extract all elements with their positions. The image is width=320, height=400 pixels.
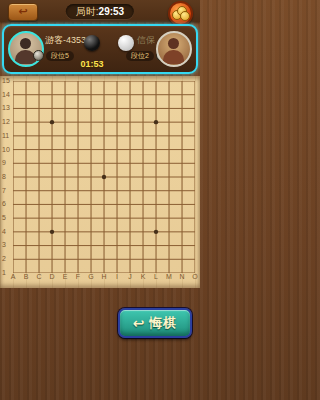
board-cell[interactable] xyxy=(163,225,176,239)
board-cell[interactable] xyxy=(111,170,124,184)
board-cell[interactable] xyxy=(59,143,72,157)
board-cell[interactable] xyxy=(72,211,85,225)
board-cell[interactable] xyxy=(46,197,59,211)
col-label: O xyxy=(189,273,200,280)
back-icon: ↩ xyxy=(18,5,27,17)
board-cell[interactable] xyxy=(59,170,72,184)
board-cell[interactable] xyxy=(137,252,150,266)
left-player-rank-label: 段位5 xyxy=(46,51,74,61)
board-cell[interactable] xyxy=(189,239,201,253)
board-cell[interactable] xyxy=(20,211,33,225)
board-cell[interactable] xyxy=(59,129,72,143)
board-cell[interactable] xyxy=(20,74,33,88)
board-cell[interactable] xyxy=(72,129,85,143)
board-cell[interactable] xyxy=(98,129,111,143)
board-cell[interactable] xyxy=(85,115,98,129)
board-cell[interactable] xyxy=(137,225,150,239)
board-cell[interactable] xyxy=(46,102,59,116)
board-cell[interactable] xyxy=(7,197,20,211)
board-cell[interactable] xyxy=(33,239,46,253)
board-cell[interactable] xyxy=(98,225,111,239)
board-cell[interactable] xyxy=(20,239,33,253)
left-player-avatar xyxy=(8,31,44,67)
board-cell[interactable] xyxy=(176,170,189,184)
board-cell[interactable] xyxy=(189,184,201,198)
board-cell[interactable] xyxy=(98,211,111,225)
board-cell[interactable] xyxy=(59,115,72,129)
board-cell[interactable] xyxy=(189,102,201,116)
board-cell[interactable] xyxy=(7,143,20,157)
board-cell[interactable] xyxy=(189,143,201,157)
col-label: F xyxy=(72,273,84,280)
board-cell[interactable] xyxy=(85,225,98,239)
board-cell[interactable] xyxy=(33,211,46,225)
board-cell[interactable] xyxy=(137,184,150,198)
board-cell[interactable] xyxy=(98,143,111,157)
board-cell[interactable] xyxy=(124,88,137,102)
board-cell[interactable] xyxy=(85,129,98,143)
board-cell[interactable] xyxy=(124,184,137,198)
board-cell[interactable] xyxy=(98,239,111,253)
game-timer: 局时:29:53 xyxy=(66,4,134,19)
board-cell[interactable] xyxy=(20,225,33,239)
board-cell[interactable] xyxy=(163,170,176,184)
col-label: J xyxy=(124,273,136,280)
board-cell[interactable] xyxy=(137,197,150,211)
board-cell[interactable] xyxy=(33,74,46,88)
board-cell[interactable] xyxy=(72,143,85,157)
board-cell[interactable] xyxy=(72,197,85,211)
board-cell[interactable] xyxy=(85,252,98,266)
board-cell[interactable] xyxy=(46,225,59,239)
right-player-rank-label: 段位2 xyxy=(126,51,154,61)
board-cell[interactable] xyxy=(46,239,59,253)
board-cell[interactable] xyxy=(124,74,137,88)
col-label: N xyxy=(176,273,188,280)
board-cell[interactable] xyxy=(46,143,59,157)
board-cell[interactable] xyxy=(46,156,59,170)
board-cell[interactable] xyxy=(150,225,163,239)
col-label: A xyxy=(7,273,19,280)
board-cell[interactable] xyxy=(111,252,124,266)
board-cell[interactable] xyxy=(189,252,201,266)
board-cell[interactable] xyxy=(20,156,33,170)
board-cell[interactable] xyxy=(176,143,189,157)
board-cell[interactable] xyxy=(20,115,33,129)
board-cell[interactable] xyxy=(20,143,33,157)
board-cell[interactable] xyxy=(150,211,163,225)
board-cell[interactable] xyxy=(59,184,72,198)
board-cell[interactable] xyxy=(111,143,124,157)
board-cell[interactable] xyxy=(137,239,150,253)
board-cell[interactable] xyxy=(189,156,201,170)
board-cell[interactable] xyxy=(59,74,72,88)
board-cell[interactable] xyxy=(137,74,150,88)
board-cell[interactable] xyxy=(98,252,111,266)
treasure-icon[interactable] xyxy=(168,1,193,26)
board-cell[interactable] xyxy=(72,252,85,266)
board-cell[interactable] xyxy=(189,197,201,211)
board-cell[interactable] xyxy=(137,170,150,184)
board-cell[interactable] xyxy=(72,170,85,184)
board-cell[interactable] xyxy=(176,129,189,143)
board-cell[interactable] xyxy=(150,102,163,116)
board-cell[interactable] xyxy=(137,88,150,102)
board-cell[interactable] xyxy=(163,197,176,211)
board-cell[interactable] xyxy=(111,197,124,211)
board-cell[interactable] xyxy=(46,88,59,102)
board-cell[interactable] xyxy=(98,102,111,116)
board-cell[interactable] xyxy=(176,225,189,239)
board-cell[interactable] xyxy=(33,143,46,157)
board-cell[interactable] xyxy=(98,88,111,102)
board-cell[interactable] xyxy=(189,170,201,184)
rank-medal-icon xyxy=(33,50,44,61)
board-cell[interactable] xyxy=(150,239,163,253)
game-timer-value: 29:53 xyxy=(99,6,125,17)
left-player-rank-badge: 段位5 xyxy=(33,50,74,61)
board-cell[interactable] xyxy=(176,239,189,253)
board-cell[interactable] xyxy=(111,225,124,239)
board-cell[interactable] xyxy=(176,115,189,129)
board-cell[interactable] xyxy=(124,225,137,239)
board-cell[interactable] xyxy=(124,129,137,143)
board-cell[interactable] xyxy=(189,129,201,143)
board-cell[interactable] xyxy=(163,143,176,157)
board-cell[interactable] xyxy=(7,156,20,170)
board-cell[interactable] xyxy=(72,74,85,88)
board-cell[interactable] xyxy=(20,252,33,266)
board-cell[interactable] xyxy=(111,102,124,116)
board-cell[interactable] xyxy=(59,197,72,211)
board-cell[interactable] xyxy=(176,74,189,88)
board-cell[interactable] xyxy=(189,74,201,88)
board-cell[interactable] xyxy=(150,170,163,184)
board-cell[interactable] xyxy=(33,129,46,143)
col-label: I xyxy=(111,273,123,280)
board-cell[interactable] xyxy=(85,184,98,198)
board-cell[interactable] xyxy=(150,143,163,157)
board-cell[interactable] xyxy=(98,170,111,184)
board-cell[interactable] xyxy=(163,252,176,266)
board-cell[interactable] xyxy=(176,184,189,198)
board-cell[interactable] xyxy=(33,88,46,102)
board-cell[interactable] xyxy=(7,239,20,253)
board-cell[interactable] xyxy=(163,115,176,129)
board-cell[interactable] xyxy=(124,252,137,266)
board-cell[interactable] xyxy=(163,88,176,102)
board-cell[interactable] xyxy=(46,74,59,88)
col-label: E xyxy=(59,273,71,280)
board-cell[interactable] xyxy=(111,74,124,88)
board-cell[interactable] xyxy=(7,129,20,143)
board-cell[interactable] xyxy=(137,129,150,143)
board-cell[interactable] xyxy=(176,197,189,211)
game-timer-label: 局时: xyxy=(76,6,99,17)
board-cell[interactable] xyxy=(7,211,20,225)
board-cell[interactable] xyxy=(33,225,46,239)
board-cell[interactable] xyxy=(124,211,137,225)
undo-button-label: 悔棋 xyxy=(149,314,177,332)
board-cell[interactable] xyxy=(137,115,150,129)
board-cell[interactable] xyxy=(7,252,20,266)
board-cell[interactable] xyxy=(33,102,46,116)
board-cell[interactable] xyxy=(124,170,137,184)
board-cell[interactable] xyxy=(176,156,189,170)
board-cell[interactable] xyxy=(124,102,137,116)
board-cell[interactable] xyxy=(150,129,163,143)
board-cell[interactable] xyxy=(98,156,111,170)
board-cell[interactable] xyxy=(150,156,163,170)
board-cell[interactable] xyxy=(85,156,98,170)
goban: 151413121110987654321 ABCDEFGHIJKLMNO xyxy=(0,76,200,288)
board-cell[interactable] xyxy=(111,211,124,225)
board-cell[interactable] xyxy=(85,211,98,225)
col-label: H xyxy=(98,273,110,280)
board-cell[interactable] xyxy=(163,211,176,225)
board-cell[interactable] xyxy=(150,74,163,88)
board-cell[interactable] xyxy=(176,102,189,116)
board-cell[interactable] xyxy=(46,170,59,184)
board-cell[interactable] xyxy=(59,88,72,102)
black-stone-indicator xyxy=(84,35,100,51)
board-cell[interactable] xyxy=(163,102,176,116)
board-cell[interactable] xyxy=(124,143,137,157)
board-cell[interactable] xyxy=(72,102,85,116)
board-cell[interactable] xyxy=(176,88,189,102)
board-cell[interactable] xyxy=(72,156,85,170)
undo-arrow-icon: ↩ xyxy=(133,315,145,331)
back-button[interactable]: ↩ xyxy=(8,3,38,21)
board-cell[interactable] xyxy=(20,184,33,198)
board-cell[interactable] xyxy=(59,102,72,116)
board-cell[interactable] xyxy=(20,170,33,184)
board-cell[interactable] xyxy=(7,115,20,129)
col-label: G xyxy=(85,273,97,280)
board-cell[interactable] xyxy=(124,197,137,211)
board-cell[interactable] xyxy=(111,115,124,129)
col-label: C xyxy=(33,273,45,280)
board-cell[interactable] xyxy=(7,102,20,116)
board-cell[interactable] xyxy=(150,184,163,198)
board-col-labels: ABCDEFGHIJKLMNO xyxy=(7,273,200,280)
board-cell[interactable] xyxy=(20,129,33,143)
board-cells xyxy=(7,74,201,280)
board-cell[interactable] xyxy=(189,88,201,102)
board-cell[interactable] xyxy=(85,74,98,88)
board-cell[interactable] xyxy=(20,102,33,116)
board-cell[interactable] xyxy=(46,129,59,143)
board-cell[interactable] xyxy=(33,197,46,211)
board-cell[interactable] xyxy=(150,252,163,266)
board-cell[interactable] xyxy=(7,170,20,184)
board-cell[interactable] xyxy=(150,88,163,102)
board-cell[interactable] xyxy=(85,102,98,116)
board-cell[interactable] xyxy=(111,129,124,143)
board-cell[interactable] xyxy=(98,115,111,129)
board-cell[interactable] xyxy=(59,239,72,253)
board-cell[interactable] xyxy=(7,184,20,198)
board-cell[interactable] xyxy=(163,74,176,88)
board-cell[interactable] xyxy=(85,170,98,184)
board-cell[interactable] xyxy=(7,74,20,88)
board-cell[interactable] xyxy=(59,156,72,170)
board-cell[interactable] xyxy=(85,143,98,157)
board-cell[interactable] xyxy=(7,225,20,239)
board-cell[interactable] xyxy=(189,225,201,239)
board-cell[interactable] xyxy=(124,239,137,253)
board-cell[interactable] xyxy=(33,170,46,184)
top-bar: ↩ 局时:29:53 xyxy=(0,0,200,22)
board-cell[interactable] xyxy=(98,74,111,88)
board-cell[interactable] xyxy=(176,211,189,225)
board-cell[interactable] xyxy=(46,252,59,266)
board-cell[interactable] xyxy=(72,225,85,239)
board-cell[interactable] xyxy=(98,184,111,198)
board-cell[interactable] xyxy=(189,211,201,225)
board-cell[interactable] xyxy=(46,211,59,225)
board-cell[interactable] xyxy=(137,102,150,116)
board-cell[interactable] xyxy=(124,115,137,129)
board-cell[interactable] xyxy=(33,184,46,198)
board-cell[interactable] xyxy=(33,252,46,266)
board-cell[interactable] xyxy=(72,239,85,253)
board-cell[interactable] xyxy=(59,252,72,266)
board-cell[interactable] xyxy=(111,88,124,102)
col-label: D xyxy=(46,273,58,280)
col-label: K xyxy=(137,273,149,280)
board-cell[interactable] xyxy=(20,88,33,102)
board-cell[interactable] xyxy=(33,156,46,170)
board-cell[interactable] xyxy=(163,156,176,170)
board-cell[interactable] xyxy=(85,197,98,211)
board-cell[interactable] xyxy=(163,184,176,198)
board-cell[interactable] xyxy=(137,143,150,157)
board-cell[interactable] xyxy=(33,115,46,129)
board-cell[interactable] xyxy=(46,115,59,129)
board-cell[interactable] xyxy=(124,156,137,170)
white-stone-indicator xyxy=(118,35,134,51)
board-cell[interactable] xyxy=(137,156,150,170)
col-label: B xyxy=(20,273,32,280)
undo-button[interactable]: ↩ 悔棋 xyxy=(118,308,192,338)
board-cell[interactable] xyxy=(59,225,72,239)
board-cell[interactable] xyxy=(7,88,20,102)
right-player-avatar xyxy=(156,31,192,67)
board-cell[interactable] xyxy=(59,211,72,225)
board-cell[interactable] xyxy=(72,88,85,102)
board-cell[interactable] xyxy=(189,115,201,129)
board-cell[interactable] xyxy=(150,197,163,211)
player-bar: 游客-43534 段位5 01:53 信保 段位2 xyxy=(2,24,198,74)
board-cell[interactable] xyxy=(137,211,150,225)
board-cell[interactable] xyxy=(111,184,124,198)
col-label: M xyxy=(163,273,175,280)
board-cell[interactable] xyxy=(163,129,176,143)
board-cell[interactable] xyxy=(111,156,124,170)
board-cell[interactable] xyxy=(176,252,189,266)
move-timer: 01:53 xyxy=(72,59,112,69)
board-cell[interactable] xyxy=(163,239,176,253)
board-cell[interactable] xyxy=(85,239,98,253)
board-cell[interactable] xyxy=(85,88,98,102)
board-cell[interactable] xyxy=(150,115,163,129)
board-cell[interactable] xyxy=(72,115,85,129)
right-player-name: 信保 xyxy=(137,34,155,47)
board-cell[interactable] xyxy=(20,197,33,211)
board-cell[interactable] xyxy=(46,184,59,198)
board-cell[interactable] xyxy=(111,239,124,253)
board-cell[interactable] xyxy=(98,197,111,211)
board-cell[interactable] xyxy=(72,184,85,198)
col-label: L xyxy=(150,273,162,280)
